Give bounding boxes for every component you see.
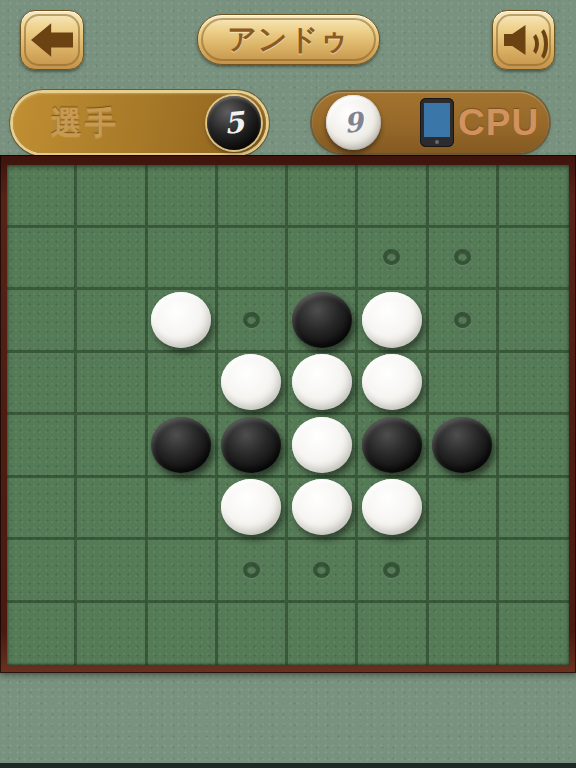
legal-move-hint (454, 249, 471, 265)
board-cell[interactable] (288, 228, 358, 291)
board-cell[interactable] (499, 603, 569, 666)
cpu-label: CPU (458, 92, 539, 153)
board-cell[interactable] (7, 228, 77, 291)
board-cell[interactable] (288, 290, 358, 353)
board-cell[interactable] (358, 165, 428, 228)
board-cell[interactable] (148, 603, 218, 666)
white-disc (362, 292, 422, 348)
board-cell[interactable] (499, 540, 569, 603)
back-arrow-icon (31, 21, 73, 59)
black-disc (362, 417, 422, 473)
board-cell[interactable] (77, 353, 147, 416)
player-label: 選手 (51, 93, 119, 153)
board-cell[interactable] (429, 165, 499, 228)
back-button[interactable] (20, 10, 84, 70)
board-cell[interactable] (7, 415, 77, 478)
app-screen: アンドゥ 選手 5 9 CPU (0, 0, 576, 768)
board-cell[interactable] (148, 353, 218, 416)
board-cell[interactable] (218, 603, 288, 666)
white-disc (292, 417, 352, 473)
board-cell[interactable] (358, 290, 428, 353)
board-cell[interactable] (288, 353, 358, 416)
board-cell[interactable] (7, 478, 77, 541)
white-disc (221, 479, 281, 535)
board-cell[interactable] (77, 415, 147, 478)
board-cell[interactable] (77, 540, 147, 603)
black-disc (221, 417, 281, 473)
board-cell[interactable] (218, 353, 288, 416)
cpu-score-pill: 9 CPU (312, 92, 549, 153)
board-cell[interactable] (429, 290, 499, 353)
board-grid (7, 165, 569, 665)
board-cell[interactable] (499, 290, 569, 353)
board-cell[interactable] (358, 415, 428, 478)
white-disc (151, 292, 211, 348)
board-cell[interactable] (429, 540, 499, 603)
board-cell[interactable] (148, 478, 218, 541)
board-cell[interactable] (218, 290, 288, 353)
black-disc (151, 417, 211, 473)
white-disc (221, 354, 281, 410)
board-cell[interactable] (7, 165, 77, 228)
legal-move-hint (313, 562, 330, 578)
legal-move-hint (243, 562, 260, 578)
board-cell[interactable] (288, 165, 358, 228)
board-cell[interactable] (148, 165, 218, 228)
board-cell[interactable] (218, 228, 288, 291)
board-cell[interactable] (288, 603, 358, 666)
board-cell[interactable] (499, 228, 569, 291)
player-disc-count: 5 (222, 105, 246, 141)
smartphone-home-button-icon (435, 140, 439, 144)
white-disc (362, 479, 422, 535)
board-cell[interactable] (7, 540, 77, 603)
board-cell[interactable] (288, 415, 358, 478)
board-cell[interactable] (358, 540, 428, 603)
bottom-strip (0, 763, 576, 768)
legal-move-hint (243, 312, 260, 328)
board-cell[interactable] (429, 478, 499, 541)
board-cell[interactable] (429, 603, 499, 666)
white-disc (362, 354, 422, 410)
board-cell[interactable] (77, 478, 147, 541)
black-disc (432, 417, 492, 473)
speaker-icon (504, 22, 544, 58)
board-cell[interactable] (358, 478, 428, 541)
black-disc (292, 292, 352, 348)
board-frame (0, 155, 576, 673)
board-cell[interactable] (429, 228, 499, 291)
cpu-disc-count: 9 (343, 106, 365, 139)
undo-button-label: アンドゥ (227, 20, 350, 60)
board-cell[interactable] (218, 540, 288, 603)
board-cell[interactable] (429, 353, 499, 416)
legal-move-hint (383, 562, 400, 578)
board-cell[interactable] (288, 540, 358, 603)
board-cell[interactable] (77, 603, 147, 666)
board-cell[interactable] (7, 353, 77, 416)
board-cell[interactable] (358, 228, 428, 291)
board-cell[interactable] (358, 353, 428, 416)
board-cell[interactable] (148, 415, 218, 478)
smartphone-screen-icon (424, 103, 450, 137)
board-cell[interactable] (148, 228, 218, 291)
board-cell[interactable] (218, 478, 288, 541)
undo-button[interactable]: アンドゥ (197, 14, 380, 65)
board-cell[interactable] (77, 228, 147, 291)
board-cell[interactable] (499, 353, 569, 416)
sound-button[interactable] (492, 10, 555, 70)
smartphone-icon (420, 98, 454, 147)
white-disc (292, 354, 352, 410)
board-cell[interactable] (499, 165, 569, 228)
player-black-disc: 5 (207, 96, 261, 150)
board-cell[interactable] (499, 478, 569, 541)
player-score-pill: 選手 5 (13, 93, 266, 153)
cpu-white-disc: 9 (326, 95, 381, 150)
legal-move-hint (454, 312, 471, 328)
board-cell[interactable] (77, 165, 147, 228)
board-cell[interactable] (218, 165, 288, 228)
board-cell[interactable] (148, 290, 218, 353)
board-cell[interactable] (77, 290, 147, 353)
legal-move-hint (383, 249, 400, 265)
sound-wave-icon (526, 25, 548, 63)
board-cell[interactable] (499, 415, 569, 478)
white-disc (292, 479, 352, 535)
board-cell[interactable] (358, 603, 428, 666)
board-cell[interactable] (7, 603, 77, 666)
board-cell[interactable] (288, 478, 358, 541)
board-cell[interactable] (218, 415, 288, 478)
board-cell[interactable] (148, 540, 218, 603)
board-cell[interactable] (429, 415, 499, 478)
board-cell[interactable] (7, 290, 77, 353)
